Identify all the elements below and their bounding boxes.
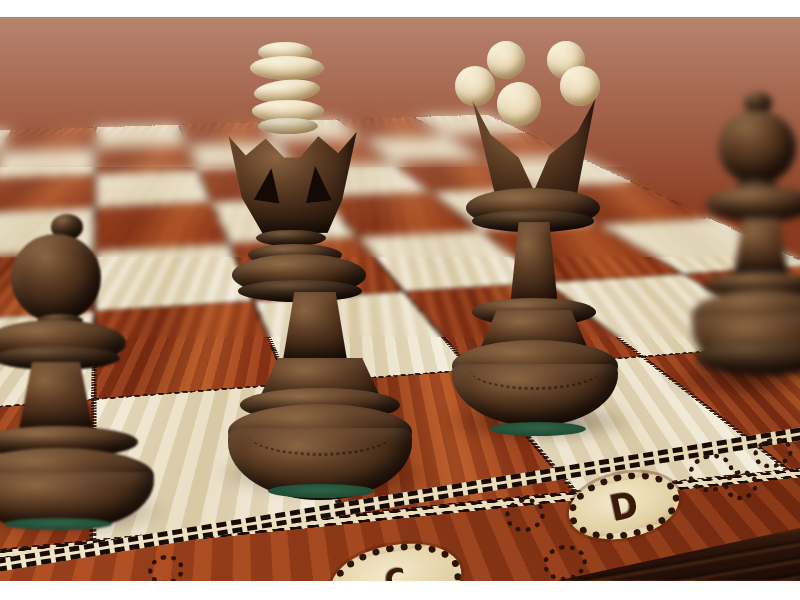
bishop-base-rim xyxy=(696,340,800,376)
queen-crown-ball xyxy=(560,66,600,106)
letterbox-top xyxy=(0,0,800,17)
letterbox-bottom xyxy=(0,581,800,600)
bishop-ball xyxy=(11,234,101,322)
king-stem xyxy=(272,292,358,364)
file-letter-c: C xyxy=(382,560,410,581)
file-letter-d: D xyxy=(606,483,641,529)
bishop-collar xyxy=(706,186,800,222)
chess-photo: C D xyxy=(0,17,800,581)
king-cross-base xyxy=(258,118,318,134)
queen-stem xyxy=(502,222,566,310)
king-crown xyxy=(226,130,358,236)
bishop-right-piece xyxy=(686,92,800,404)
queen-piece xyxy=(446,40,624,444)
queen-crown-ball-front xyxy=(497,82,541,126)
king-base-carving xyxy=(248,412,392,456)
queen-crown-ball xyxy=(487,41,525,79)
queen-felt xyxy=(490,422,586,436)
bishop-ball xyxy=(718,110,796,184)
photo-stage: C D xyxy=(0,0,800,600)
king-piece xyxy=(226,36,412,500)
king-felt xyxy=(268,484,374,498)
queen-crown-ball xyxy=(455,66,495,106)
bishop-body xyxy=(6,362,106,434)
bishop-left-piece xyxy=(0,210,166,534)
king-cross-disc xyxy=(250,56,324,80)
bishop-body xyxy=(724,218,798,278)
board-square xyxy=(95,170,211,207)
bishop-felt xyxy=(4,518,112,530)
queen-base-carving xyxy=(470,350,600,390)
